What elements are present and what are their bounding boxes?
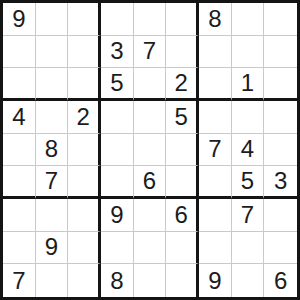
cell-r9c9[interactable]: 6 [264, 264, 297, 297]
cell-r3c7[interactable] [199, 68, 232, 101]
cell-r6c3[interactable] [68, 166, 101, 199]
cell-r1c2[interactable] [36, 3, 69, 36]
cell-r8c8[interactable] [232, 232, 265, 265]
cell-r7c4[interactable]: 9 [101, 199, 134, 232]
cell-r6c7[interactable] [199, 166, 232, 199]
cell-r6c9[interactable]: 3 [264, 166, 297, 199]
cell-r2c9[interactable] [264, 36, 297, 69]
cell-r7c7[interactable] [199, 199, 232, 232]
cell-r2c8[interactable] [232, 36, 265, 69]
cell-r6c4[interactable] [101, 166, 134, 199]
cell-r5c3[interactable] [68, 134, 101, 167]
cell-r4c5[interactable] [134, 101, 167, 134]
cell-r5c9[interactable] [264, 134, 297, 167]
cell-r9c4[interactable]: 8 [101, 264, 134, 297]
cell-r1c8[interactable] [232, 3, 265, 36]
cell-r3c8[interactable]: 1 [232, 68, 265, 101]
cell-r3c2[interactable] [36, 68, 69, 101]
cell-r5c7[interactable]: 7 [199, 134, 232, 167]
cell-r8c4[interactable] [101, 232, 134, 265]
cell-r1c7[interactable]: 8 [199, 3, 232, 36]
cell-r7c2[interactable] [36, 199, 69, 232]
cell-r7c8[interactable]: 7 [232, 199, 265, 232]
cell-r2c3[interactable] [68, 36, 101, 69]
cell-r7c9[interactable] [264, 199, 297, 232]
cell-r4c8[interactable] [232, 101, 265, 134]
cell-r4c1[interactable]: 4 [3, 101, 36, 134]
sudoku-board: 9837521425874765396797896 [0, 0, 300, 300]
cell-r6c2[interactable]: 7 [36, 166, 69, 199]
cell-r5c2[interactable]: 8 [36, 134, 69, 167]
cell-r5c5[interactable] [134, 134, 167, 167]
cell-r5c1[interactable] [3, 134, 36, 167]
cell-r2c5[interactable]: 7 [134, 36, 167, 69]
cell-r5c8[interactable]: 4 [232, 134, 265, 167]
cell-r4c6[interactable]: 5 [166, 101, 199, 134]
cell-r3c1[interactable] [3, 68, 36, 101]
cell-r2c7[interactable] [199, 36, 232, 69]
cell-r9c2[interactable] [36, 264, 69, 297]
cell-r8c5[interactable] [134, 232, 167, 265]
cell-r4c4[interactable] [101, 101, 134, 134]
cell-r9c5[interactable] [134, 264, 167, 297]
cell-r8c2[interactable]: 9 [36, 232, 69, 265]
cell-r9c1[interactable]: 7 [3, 264, 36, 297]
cell-r9c8[interactable] [232, 264, 265, 297]
cell-r8c1[interactable] [3, 232, 36, 265]
cell-r8c9[interactable] [264, 232, 297, 265]
cell-r3c5[interactable] [134, 68, 167, 101]
cell-r1c5[interactable] [134, 3, 167, 36]
cell-r3c6[interactable]: 2 [166, 68, 199, 101]
cell-r2c2[interactable] [36, 36, 69, 69]
cell-r4c7[interactable] [199, 101, 232, 134]
cell-r7c3[interactable] [68, 199, 101, 232]
cell-r3c3[interactable] [68, 68, 101, 101]
cell-r4c2[interactable] [36, 101, 69, 134]
cell-r6c1[interactable] [3, 166, 36, 199]
cell-r5c6[interactable] [166, 134, 199, 167]
cell-r6c8[interactable]: 5 [232, 166, 265, 199]
cell-r7c6[interactable]: 6 [166, 199, 199, 232]
cell-r1c9[interactable] [264, 3, 297, 36]
cell-r2c6[interactable] [166, 36, 199, 69]
cell-r3c9[interactable] [264, 68, 297, 101]
cell-r1c1[interactable]: 9 [3, 3, 36, 36]
cell-r9c7[interactable]: 9 [199, 264, 232, 297]
cell-r5c4[interactable] [101, 134, 134, 167]
cell-r7c5[interactable] [134, 199, 167, 232]
cell-r1c3[interactable] [68, 3, 101, 36]
cell-r7c1[interactable] [3, 199, 36, 232]
cell-r8c3[interactable] [68, 232, 101, 265]
cell-r2c1[interactable] [3, 36, 36, 69]
cell-r9c6[interactable] [166, 264, 199, 297]
cell-r8c6[interactable] [166, 232, 199, 265]
cell-r1c6[interactable] [166, 3, 199, 36]
cell-r6c6[interactable] [166, 166, 199, 199]
cell-r9c3[interactable] [68, 264, 101, 297]
cell-r6c5[interactable]: 6 [134, 166, 167, 199]
cell-r4c3[interactable]: 2 [68, 101, 101, 134]
cell-r8c7[interactable] [199, 232, 232, 265]
cell-r2c4[interactable]: 3 [101, 36, 134, 69]
cell-r1c4[interactable] [101, 3, 134, 36]
cell-r4c9[interactable] [264, 101, 297, 134]
cell-r3c4[interactable]: 5 [101, 68, 134, 101]
